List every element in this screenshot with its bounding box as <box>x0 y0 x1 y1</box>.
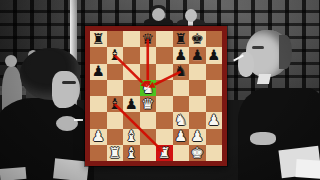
piece-bP-on-h7[interactable]: ♟ <box>207 48 220 63</box>
piece-bB-on-b7[interactable]: ♝ <box>108 48 121 63</box>
papers-bottom-right <box>295 159 320 179</box>
piece-wB-on-c1[interactable]: ♝ <box>125 146 138 161</box>
square-c6[interactable] <box>123 64 140 80</box>
square-b5[interactable] <box>107 80 124 96</box>
square-c5[interactable] <box>123 80 140 96</box>
square-c8[interactable] <box>123 31 140 47</box>
square-g7[interactable]: ♟ <box>189 47 206 63</box>
square-g2[interactable]: ♟ <box>189 129 206 145</box>
square-c7[interactable] <box>123 47 140 63</box>
square-g5[interactable] <box>189 80 206 96</box>
square-g6[interactable] <box>189 64 206 80</box>
square-f6[interactable]: ♞ <box>173 64 190 80</box>
square-d4[interactable]: ♛ <box>140 96 157 112</box>
square-d7[interactable] <box>140 47 157 63</box>
piece-bR-on-a8[interactable]: ♜ <box>92 32 105 47</box>
piece-bP-on-f7[interactable]: ♟ <box>174 48 187 63</box>
square-b2[interactable] <box>107 129 124 145</box>
piece-bK-on-g8[interactable]: ♚ <box>191 32 204 47</box>
square-d5[interactable]: ♞ <box>140 80 157 96</box>
square-h5[interactable] <box>206 80 223 96</box>
square-b7[interactable]: ♝ <box>107 47 124 63</box>
piece-wN-on-d5[interactable]: ♞ <box>141 81 154 96</box>
square-d2[interactable] <box>140 129 157 145</box>
square-c1[interactable]: ♝ <box>123 145 140 161</box>
square-e8[interactable] <box>156 31 173 47</box>
square-f5[interactable] <box>173 80 190 96</box>
square-f4[interactable] <box>173 96 190 112</box>
square-b8[interactable] <box>107 31 124 47</box>
piece-bN-on-f6[interactable]: ♞ <box>174 64 187 79</box>
square-a3[interactable] <box>90 112 107 128</box>
piece-wN-on-f3[interactable]: ♞ <box>174 113 187 128</box>
piece-wP-on-h3[interactable]: ♟ <box>207 113 220 128</box>
square-f1[interactable] <box>173 145 190 161</box>
square-e2[interactable] <box>156 129 173 145</box>
piece-bB-on-b4[interactable]: ♝ <box>108 97 121 112</box>
scene: ♜♛♜♚♝♟♟♟♟♞♞♝♟♛♞♟♟♝♟♟♜♝♜♚ <box>0 0 320 180</box>
square-b3[interactable] <box>107 112 124 128</box>
board-squares: ♜♛♜♚♝♟♟♟♟♞♞♝♟♛♞♟♟♝♟♟♜♝♜♚ <box>90 31 222 161</box>
piece-wP-on-a2[interactable]: ♟ <box>92 129 105 144</box>
square-e1[interactable]: ♜ <box>156 145 173 161</box>
chess-board: ♜♛♜♚♝♟♟♟♟♞♞♝♟♛♞♟♟♝♟♟♜♝♜♚ <box>85 26 227 166</box>
square-f7[interactable]: ♟ <box>173 47 190 63</box>
square-c2[interactable]: ♝ <box>123 129 140 145</box>
square-h2[interactable] <box>206 129 223 145</box>
square-h3[interactable]: ♟ <box>206 112 223 128</box>
square-h1[interactable] <box>206 145 223 161</box>
square-e6[interactable] <box>156 64 173 80</box>
square-a2[interactable]: ♟ <box>90 129 107 145</box>
square-h6[interactable] <box>206 64 223 80</box>
square-b6[interactable] <box>107 64 124 80</box>
square-h8[interactable] <box>206 31 223 47</box>
square-f3[interactable]: ♞ <box>173 112 190 128</box>
piece-wQ-on-d4[interactable]: ♛ <box>141 97 154 112</box>
piece-wP-on-g2[interactable]: ♟ <box>191 129 204 144</box>
piece-wP-on-f2[interactable]: ♟ <box>174 129 187 144</box>
square-e7[interactable] <box>156 47 173 63</box>
square-d3[interactable] <box>140 112 157 128</box>
square-e3[interactable] <box>156 112 173 128</box>
square-d6[interactable] <box>140 64 157 80</box>
piece-bQ-on-d8[interactable]: ♛ <box>141 32 154 47</box>
square-f2[interactable]: ♟ <box>173 129 190 145</box>
square-e5[interactable] <box>156 80 173 96</box>
square-a5[interactable] <box>90 80 107 96</box>
square-h4[interactable] <box>206 96 223 112</box>
square-d1[interactable] <box>140 145 157 161</box>
piece-wB-on-c2[interactable]: ♝ <box>125 129 138 144</box>
square-b1[interactable]: ♜ <box>107 145 124 161</box>
square-f8[interactable]: ♜ <box>173 31 190 47</box>
square-a1[interactable] <box>90 145 107 161</box>
square-g8[interactable]: ♚ <box>189 31 206 47</box>
square-h7[interactable]: ♟ <box>206 47 223 63</box>
square-b4[interactable]: ♝ <box>107 96 124 112</box>
piece-bP-on-c4[interactable]: ♟ <box>125 97 138 112</box>
square-a6[interactable]: ♟ <box>90 64 107 80</box>
piece-wR-on-e1[interactable]: ♜ <box>158 146 171 161</box>
square-e4[interactable] <box>156 96 173 112</box>
square-g4[interactable] <box>189 96 206 112</box>
piece-bP-on-g7[interactable]: ♟ <box>191 48 204 63</box>
piece-wR-on-b1[interactable]: ♜ <box>108 146 121 161</box>
right-player-forearm <box>250 132 276 145</box>
piece-bP-on-a6[interactable]: ♟ <box>92 64 105 79</box>
square-g1[interactable]: ♚ <box>189 145 206 161</box>
square-a7[interactable] <box>90 47 107 63</box>
square-c3[interactable] <box>123 112 140 128</box>
square-a4[interactable] <box>90 96 107 112</box>
square-g3[interactable] <box>189 112 206 128</box>
square-d8[interactable]: ♛ <box>140 31 157 47</box>
piece-bR-on-f8[interactable]: ♜ <box>174 32 187 47</box>
piece-wK-on-g1[interactable]: ♚ <box>191 146 204 161</box>
square-a8[interactable]: ♜ <box>90 31 107 47</box>
square-c4[interactable]: ♟ <box>123 96 140 112</box>
